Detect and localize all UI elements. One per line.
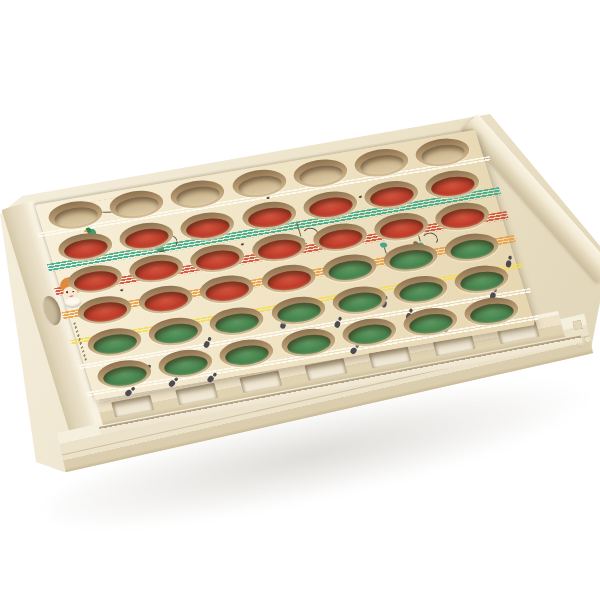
bug-icon [120, 289, 124, 292]
handle-cutout [39, 294, 64, 328]
product-photo-wooden-connect-four [0, 0, 600, 600]
disc-channel-opening [111, 395, 154, 417]
disc-green [458, 269, 507, 294]
disc-red [142, 289, 191, 314]
disc-green [274, 300, 323, 325]
hole-r4c1 [74, 293, 135, 328]
disc-green [336, 290, 385, 315]
disc-green [448, 237, 497, 262]
bug-icon [359, 196, 363, 199]
disc-red [81, 300, 130, 325]
disc-red [439, 205, 488, 230]
bug-icon [241, 243, 245, 246]
hole-r4c3 [197, 272, 258, 307]
disc-green [326, 258, 375, 283]
hole-grid [35, 130, 475, 205]
hole-r4c4 [258, 262, 319, 297]
disc-red [255, 237, 304, 262]
disc-red [316, 226, 365, 251]
disc-green [213, 311, 262, 336]
corner-finger-joint [572, 320, 582, 331]
hole-r4c5 [319, 251, 380, 286]
hole-r4c7 [441, 230, 502, 265]
disc-green [152, 321, 201, 346]
disc-red [265, 268, 314, 293]
hole-r4c6 [380, 241, 441, 276]
disc-red [204, 279, 253, 304]
pippi-eye [66, 291, 68, 293]
hole-r4c2 [135, 282, 196, 317]
disc-red [194, 247, 243, 272]
disc-red [133, 257, 182, 282]
disc-green [387, 247, 436, 272]
disc-channel-opening [176, 383, 219, 405]
disc-green [91, 331, 140, 356]
disc-green [397, 279, 446, 304]
bird-beak [84, 229, 87, 231]
disc-red [71, 268, 120, 293]
